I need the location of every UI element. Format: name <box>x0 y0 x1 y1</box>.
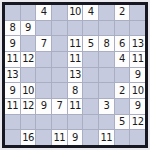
empty-cell-r8c6[interactable] <box>83 115 98 130</box>
clue-cell-r3c6: 5 <box>83 36 98 51</box>
clue-cell-r7c7: 3 <box>99 99 114 114</box>
clue-cell-r1c3: 4 <box>36 5 51 20</box>
clue-cell-r4c2: 12 <box>21 52 36 67</box>
empty-cell-r5c4[interactable] <box>52 68 67 83</box>
empty-cell-r9c3[interactable] <box>36 130 51 145</box>
empty-cell-r8c4[interactable] <box>52 115 67 130</box>
empty-cell-r2c3[interactable] <box>36 21 51 36</box>
clue-cell-r9c4: 11 <box>52 130 67 145</box>
clue-cell-r9c2: 16 <box>21 130 36 145</box>
clue-cell-r3c1: 9 <box>5 36 20 51</box>
clue-cell-r5c5: 13 <box>68 68 83 83</box>
clue-cell-r3c9: 13 <box>130 36 145 51</box>
clue-cell-r8c8: 5 <box>115 115 130 130</box>
kuromasu-board: 4104289971158613111211411131399108210111… <box>2 2 148 148</box>
empty-cell-r6c3[interactable] <box>36 83 51 98</box>
clue-cell-r5c9: 9 <box>130 68 145 83</box>
empty-cell-r9c6[interactable] <box>83 130 98 145</box>
empty-cell-r5c7[interactable] <box>99 68 114 83</box>
clue-cell-r7c2: 12 <box>21 99 36 114</box>
clue-cell-r2c2: 9 <box>21 21 36 36</box>
clue-cell-r1c5: 10 <box>68 5 83 20</box>
empty-cell-r2c8[interactable] <box>115 21 130 36</box>
empty-cell-r7c8[interactable] <box>115 99 130 114</box>
clue-cell-r3c8: 6 <box>115 36 130 51</box>
clue-cell-r7c4: 7 <box>52 99 67 114</box>
clue-cell-r4c9: 11 <box>130 52 145 67</box>
clue-cell-r5c1: 13 <box>5 68 20 83</box>
empty-cell-r8c5[interactable] <box>68 115 83 130</box>
empty-cell-r5c3[interactable] <box>36 68 51 83</box>
clue-cell-r3c5: 11 <box>68 36 83 51</box>
empty-cell-r1c4[interactable] <box>52 5 67 20</box>
empty-cell-r4c7[interactable] <box>99 52 114 67</box>
empty-cell-r9c9[interactable] <box>130 130 145 145</box>
empty-cell-r8c2[interactable] <box>21 115 36 130</box>
empty-cell-r2c6[interactable] <box>83 21 98 36</box>
empty-cell-r5c2[interactable] <box>21 68 36 83</box>
empty-cell-r8c7[interactable] <box>99 115 114 130</box>
clue-cell-r4c8: 4 <box>115 52 130 67</box>
clue-cell-r9c5: 9 <box>68 130 83 145</box>
empty-cell-r5c8[interactable] <box>115 68 130 83</box>
clue-cell-r3c3: 7 <box>36 36 51 51</box>
empty-cell-r8c1[interactable] <box>5 115 20 130</box>
empty-cell-r1c7[interactable] <box>99 5 114 20</box>
clue-cell-r7c1: 11 <box>5 99 20 114</box>
empty-cell-r7c6[interactable] <box>83 99 98 114</box>
clue-cell-r6c2: 10 <box>21 83 36 98</box>
empty-cell-r6c6[interactable] <box>83 83 98 98</box>
clue-cell-r6c1: 9 <box>5 83 20 98</box>
clue-cell-r7c3: 9 <box>36 99 51 114</box>
empty-cell-r2c5[interactable] <box>68 21 83 36</box>
empty-cell-r3c4[interactable] <box>52 36 67 51</box>
clue-cell-r6c5: 8 <box>68 83 83 98</box>
clue-cell-r9c7: 11 <box>99 130 114 145</box>
empty-cell-r6c7[interactable] <box>99 83 114 98</box>
empty-cell-r4c4[interactable] <box>52 52 67 67</box>
clue-cell-r7c5: 11 <box>68 99 83 114</box>
empty-cell-r4c3[interactable] <box>36 52 51 67</box>
clue-cell-r4c5: 11 <box>68 52 83 67</box>
clue-cell-r6c8: 2 <box>115 83 130 98</box>
clue-cell-r7c9: 9 <box>130 99 145 114</box>
empty-cell-r8c3[interactable] <box>36 115 51 130</box>
clue-cell-r6c9: 10 <box>130 83 145 98</box>
clue-cell-r8c9: 12 <box>130 115 145 130</box>
empty-cell-r5c6[interactable] <box>83 68 98 83</box>
clue-cell-r3c7: 8 <box>99 36 114 51</box>
empty-cell-r2c9[interactable] <box>130 21 145 36</box>
empty-cell-r2c7[interactable] <box>99 21 114 36</box>
empty-cell-r4c6[interactable] <box>83 52 98 67</box>
clue-cell-r4c1: 11 <box>5 52 20 67</box>
clue-cell-r1c6: 4 <box>83 5 98 20</box>
clue-cell-r1c8: 2 <box>115 5 130 20</box>
empty-cell-r1c2[interactable] <box>21 5 36 20</box>
empty-cell-r3c2[interactable] <box>21 36 36 51</box>
empty-cell-r1c9[interactable] <box>130 5 145 20</box>
empty-cell-r6c4[interactable] <box>52 83 67 98</box>
clue-cell-r2c1: 8 <box>5 21 20 36</box>
empty-cell-r9c8[interactable] <box>115 130 130 145</box>
empty-cell-r1c1[interactable] <box>5 5 20 20</box>
empty-cell-r9c1[interactable] <box>5 130 20 145</box>
empty-cell-r2c4[interactable] <box>52 21 67 36</box>
